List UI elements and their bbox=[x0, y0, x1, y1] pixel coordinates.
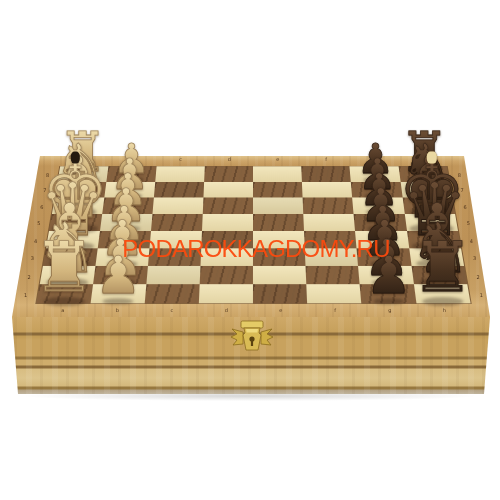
white-king-finial bbox=[70, 151, 80, 164]
clasp-left-wing bbox=[231, 329, 243, 345]
clasp-hasp bbox=[241, 321, 263, 328]
watermark: PODAROKKAGDOMY.RU bbox=[0, 235, 500, 263]
black-king-finial bbox=[427, 151, 437, 164]
product-photo: aabbccddeeffgghh8877665544332211 ♜♟♟♜♞♟♟… bbox=[0, 0, 500, 500]
brass-clasp-icon bbox=[228, 320, 276, 360]
clasp-right-wing bbox=[261, 329, 273, 345]
